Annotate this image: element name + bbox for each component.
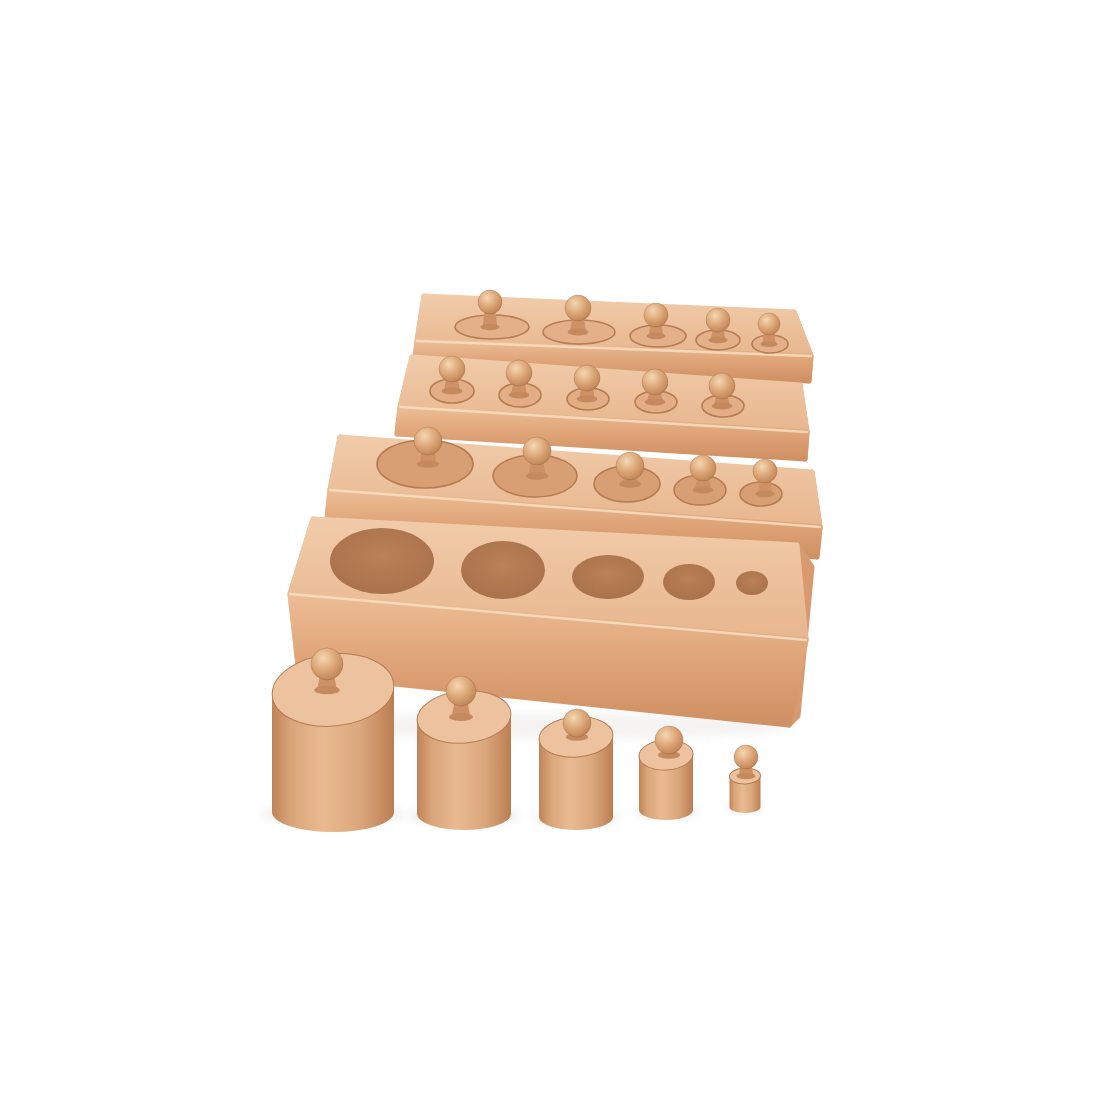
- knob-base: [760, 341, 778, 347]
- knob-base: [645, 398, 666, 405]
- knob-ball: [616, 452, 644, 480]
- knob-base: [449, 713, 473, 721]
- product-photo: [0, 0, 1120, 1120]
- knob-ball: [706, 308, 730, 332]
- loose-cylinder-5-smallest: [729, 745, 761, 813]
- knob-base: [442, 387, 463, 394]
- knob-ball: [642, 369, 668, 395]
- knob-ball: [311, 648, 343, 680]
- knob-ball: [478, 290, 502, 314]
- knob-base: [646, 333, 665, 339]
- loose-cylinder-1-largest: [269, 648, 398, 832]
- cylinder-block-front-empty-socket-4: [663, 564, 715, 600]
- knob-ball: [753, 459, 777, 483]
- knob-ball: [655, 726, 683, 754]
- knobbed-handle: [563, 709, 591, 741]
- knobbed-handle: [655, 726, 683, 759]
- knob-base: [736, 773, 755, 779]
- knob-ball: [690, 455, 716, 481]
- knob-ball: [574, 365, 600, 391]
- cylinder-block-front-empty-socket-1: [330, 528, 434, 594]
- knob-base: [693, 486, 714, 493]
- empty-hole: [461, 541, 545, 599]
- knobbed-handle: [616, 452, 644, 488]
- knob-base: [509, 391, 530, 398]
- knob-base: [568, 328, 589, 335]
- knob-base: [708, 337, 727, 343]
- knob-base: [526, 472, 548, 480]
- loose-cylinder-3: [538, 709, 615, 830]
- empty-hole: [330, 528, 434, 594]
- knob-base: [619, 480, 641, 488]
- knob-ball: [506, 360, 532, 386]
- knob-ball: [523, 437, 551, 465]
- cylinder-block-front-empty-socket-5: [736, 571, 768, 595]
- cylinder-block-front-empty-socket-3: [572, 555, 644, 599]
- knob-ball: [565, 295, 591, 321]
- knob-base: [577, 395, 598, 402]
- montessori-cylinder-blocks-scene: [0, 0, 1120, 1120]
- knob-ball: [709, 373, 735, 399]
- empty-hole: [663, 564, 715, 600]
- empty-hole: [572, 555, 644, 599]
- cylinder-block-front-empty-socket-2: [461, 541, 545, 599]
- knob-base: [314, 686, 340, 695]
- knob-ball: [758, 313, 780, 335]
- knob-ball: [563, 709, 591, 737]
- knob-ball: [734, 745, 758, 769]
- knob-base: [480, 324, 499, 330]
- knob-base: [417, 460, 439, 468]
- empty-hole: [736, 571, 768, 595]
- knob-ball: [439, 356, 465, 382]
- knob-ball: [414, 427, 442, 455]
- knob-base: [755, 491, 774, 497]
- knob-ball: [644, 303, 668, 327]
- knob-ball: [446, 676, 476, 706]
- knob-base: [712, 402, 733, 409]
